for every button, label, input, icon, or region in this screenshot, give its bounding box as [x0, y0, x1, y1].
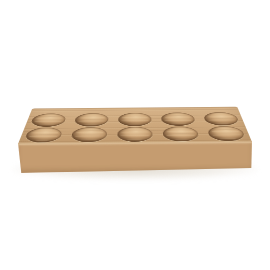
board-front-face: [18, 141, 252, 173]
pit-r1c4[interactable]: [161, 112, 196, 126]
pit-r1c1[interactable]: [30, 113, 67, 127]
pit-r2c5[interactable]: [206, 126, 246, 141]
pit-r1c5[interactable]: [202, 112, 239, 125]
pit-grid: [18, 106, 252, 143]
pit-r1c3[interactable]: [118, 112, 152, 126]
pit-r1c2[interactable]: [74, 113, 109, 127]
mancala-board: [0, 0, 270, 270]
product-photo: [0, 0, 270, 270]
pit-r2c4[interactable]: [162, 126, 199, 141]
board-top-face: [18, 106, 252, 143]
pit-r2c1[interactable]: [24, 127, 64, 142]
pit-r2c3[interactable]: [117, 126, 153, 141]
pit-r2c2[interactable]: [70, 127, 107, 142]
